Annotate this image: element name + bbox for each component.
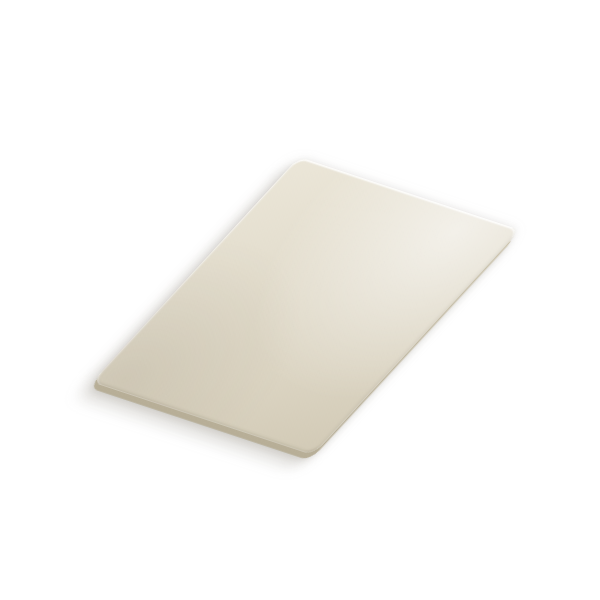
silicone-mold-tray	[92, 157, 520, 455]
tray-surface-sheen	[92, 157, 520, 455]
mold-tray-top	[92, 157, 520, 455]
product-photo-canvas	[0, 0, 600, 600]
